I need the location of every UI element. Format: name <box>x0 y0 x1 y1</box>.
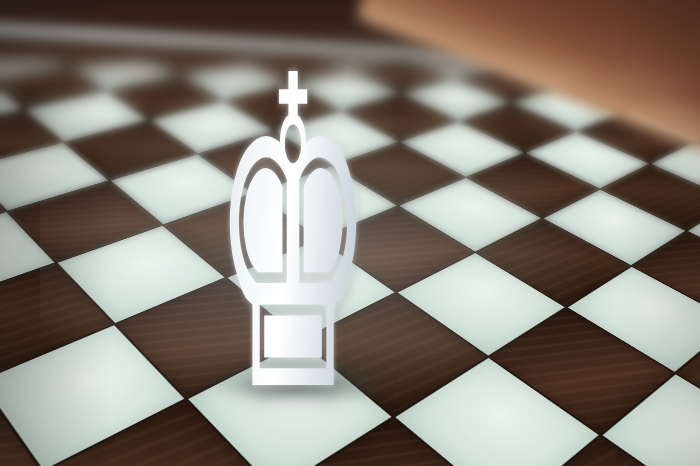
white-king-piece: ♚ <box>212 21 374 451</box>
chessboard-photo-scene: ♚ <box>0 0 700 466</box>
